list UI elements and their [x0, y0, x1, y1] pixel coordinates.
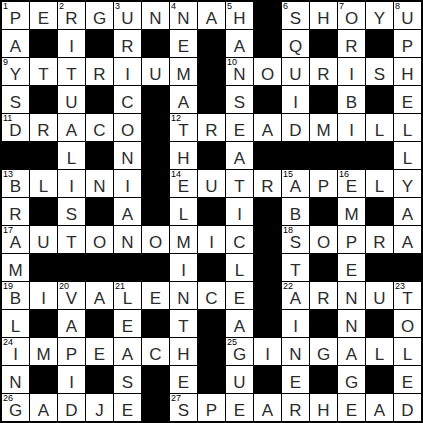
cell-r8c5[interactable]: O: [142, 226, 169, 253]
clue-number: 4: [171, 2, 176, 12]
cell-r4c6[interactable]: 12T: [170, 114, 197, 141]
cell-r2c10[interactable]: U: [282, 58, 309, 85]
cell-r10c12[interactable]: N: [338, 282, 365, 309]
clue-number: 22: [283, 282, 293, 292]
cell-r9c0[interactable]: M: [2, 254, 29, 281]
cell-r12c12[interactable]: A: [338, 338, 365, 365]
cell-r3c2[interactable]: U: [58, 86, 85, 113]
cell-letter: A: [262, 122, 273, 141]
cell-r0c8[interactable]: 5H: [226, 2, 253, 29]
cell-r0c1[interactable]: E: [30, 2, 57, 29]
cell-r14c1[interactable]: A: [30, 394, 57, 421]
cell-r4c1[interactable]: R: [30, 114, 57, 141]
cell-letter: A: [122, 346, 133, 365]
cell-letter: A: [206, 10, 217, 29]
cell-r11c10[interactable]: I: [282, 310, 309, 337]
cell-r13c8[interactable]: U: [226, 366, 253, 393]
cell-letter: E: [346, 178, 357, 197]
black-cell-r13c3: [86, 366, 113, 393]
cell-letter: D: [289, 122, 301, 141]
cell-r14c12[interactable]: E: [338, 394, 365, 421]
cell-r4c9[interactable]: A: [254, 114, 281, 141]
cell-letter: Y: [402, 178, 413, 197]
clue-number: 19: [3, 282, 13, 292]
cell-r6c1[interactable]: L: [30, 170, 57, 197]
cell-letter: E: [234, 290, 245, 309]
cell-r10c0[interactable]: 19B: [2, 282, 29, 309]
cell-r6c10[interactable]: 15A: [282, 170, 309, 197]
cell-r14c4[interactable]: E: [114, 394, 141, 421]
cell-letter: T: [290, 262, 300, 281]
cell-letter: O: [121, 122, 134, 141]
cell-r8c3[interactable]: O: [86, 226, 113, 253]
cell-letter: E: [178, 178, 189, 197]
cell-r0c12[interactable]: 7O: [338, 2, 365, 29]
cell-r11c12[interactable]: N: [338, 310, 365, 337]
cell-r14c3[interactable]: J: [86, 394, 113, 421]
cell-letter: A: [234, 150, 245, 169]
cell-letter: R: [317, 66, 329, 85]
clue-number: 6: [283, 2, 288, 12]
cell-r2c14[interactable]: H: [394, 58, 421, 85]
cell-r14c14[interactable]: D: [394, 394, 421, 421]
cell-r13c14[interactable]: E: [394, 366, 421, 393]
cell-r14c8[interactable]: E: [226, 394, 253, 421]
cell-letter: Q: [289, 38, 302, 57]
cell-letter: U: [65, 94, 77, 113]
cell-r11c4[interactable]: E: [114, 310, 141, 337]
cell-letter: G: [345, 374, 358, 393]
cell-letter: H: [401, 66, 413, 85]
black-cell-r11c7: [198, 310, 225, 337]
cell-letter: N: [149, 10, 161, 29]
cell-r10c13[interactable]: U: [366, 282, 393, 309]
cell-letter: S: [178, 402, 189, 421]
cell-letter: A: [290, 290, 301, 309]
cell-letter: O: [149, 234, 162, 253]
cell-r10c11[interactable]: R: [310, 282, 337, 309]
cell-r3c0[interactable]: S: [2, 86, 29, 113]
clue-number: 9: [3, 58, 8, 68]
black-cell-r1c1: [30, 30, 57, 57]
cell-letter: N: [233, 66, 245, 85]
cell-letter: I: [69, 38, 74, 57]
cell-r2c6[interactable]: M: [170, 58, 197, 85]
black-cell-r3c1: [30, 86, 57, 113]
cell-r12c10[interactable]: N: [282, 338, 309, 365]
cell-letter: C: [149, 346, 161, 365]
cell-r8c7[interactable]: I: [198, 226, 225, 253]
cell-letter: M: [176, 234, 190, 253]
cell-r2c12[interactable]: I: [338, 58, 365, 85]
cell-r6c3[interactable]: N: [86, 170, 113, 197]
cell-letter: E: [234, 402, 245, 421]
cell-r3c10[interactable]: I: [282, 86, 309, 113]
cell-letter: G: [93, 10, 106, 29]
cell-r10c6[interactable]: N: [170, 282, 197, 309]
cell-r13c10[interactable]: E: [282, 366, 309, 393]
cell-letter: P: [66, 346, 77, 365]
cell-r0c0[interactable]: 1P: [2, 2, 29, 29]
cell-letter: L: [179, 206, 188, 225]
cell-r10c1[interactable]: I: [30, 282, 57, 309]
cell-r0c6[interactable]: 4N: [170, 2, 197, 29]
cell-r4c4[interactable]: O: [114, 114, 141, 141]
cell-r0c4[interactable]: 3U: [114, 2, 141, 29]
cell-letter: Y: [374, 10, 385, 29]
clue-number: 1: [3, 2, 8, 12]
cell-r9c12[interactable]: E: [338, 254, 365, 281]
cell-r8c10[interactable]: 18S: [282, 226, 309, 253]
cell-r8c4[interactable]: N: [114, 226, 141, 253]
cell-letter: N: [177, 10, 189, 29]
cell-letter: I: [349, 66, 354, 85]
cell-letter: R: [261, 178, 273, 197]
cell-r12c2[interactable]: P: [58, 338, 85, 365]
cell-letter: E: [346, 402, 357, 421]
cell-r12c8[interactable]: 25G: [226, 338, 253, 365]
cell-letter: A: [178, 94, 189, 113]
cell-letter: O: [93, 234, 106, 253]
clue-number: 12: [171, 114, 181, 124]
cell-letter: S: [234, 94, 245, 113]
cell-r9c10[interactable]: T: [282, 254, 309, 281]
clue-number: 18: [283, 226, 293, 236]
clue-number: 20: [59, 282, 69, 292]
cell-r3c14[interactable]: E: [394, 86, 421, 113]
cell-r14c6[interactable]: 27S: [170, 394, 197, 421]
cell-r7c2[interactable]: S: [58, 198, 85, 225]
black-cell-r6c5: [142, 170, 169, 197]
cell-r13c6[interactable]: E: [170, 366, 197, 393]
cell-r14c9[interactable]: A: [254, 394, 281, 421]
black-cell-r13c13: [366, 366, 393, 393]
cell-r1c2[interactable]: I: [58, 30, 85, 57]
cell-letter: E: [346, 262, 357, 281]
clue-number: 27: [171, 394, 181, 404]
cell-r1c0[interactable]: A: [2, 30, 29, 57]
cell-letter: S: [10, 94, 21, 113]
cell-letter: I: [69, 374, 74, 393]
cell-letter: T: [178, 318, 188, 337]
cell-r13c12[interactable]: G: [338, 366, 365, 393]
cell-r10c2[interactable]: 20V: [58, 282, 85, 309]
cell-letter: G: [233, 346, 246, 365]
black-cell-r12c7: [198, 338, 225, 365]
cell-letter: L: [235, 262, 244, 281]
cell-r7c6[interactable]: L: [170, 198, 197, 225]
cell-r1c12[interactable]: R: [338, 30, 365, 57]
cell-r8c8[interactable]: C: [226, 226, 253, 253]
cell-r1c14[interactable]: P: [394, 30, 421, 57]
cell-letter: B: [290, 206, 301, 225]
cell-r3c8[interactable]: S: [226, 86, 253, 113]
cell-r2c8[interactable]: 10N: [226, 58, 253, 85]
black-cell-r13c5: [142, 366, 169, 393]
cell-r12c6[interactable]: H: [170, 338, 197, 365]
cell-letter: P: [346, 234, 357, 253]
cell-r12c11[interactable]: G: [310, 338, 337, 365]
cell-letter: H: [317, 10, 329, 29]
cell-r6c6[interactable]: 14E: [170, 170, 197, 197]
cell-r0c3[interactable]: G: [86, 2, 113, 29]
cell-r2c5[interactable]: U: [142, 58, 169, 85]
cell-letter: R: [289, 402, 301, 421]
cell-r8c0[interactable]: 17A: [2, 226, 29, 253]
cell-letter: L: [39, 178, 48, 197]
cell-r9c8[interactable]: L: [226, 254, 253, 281]
cell-r2c4[interactable]: I: [114, 58, 141, 85]
cell-r6c8[interactable]: T: [226, 170, 253, 197]
black-cell-r8c9: [254, 226, 281, 253]
cell-letter: I: [125, 178, 130, 197]
crossword-grid: 1PE2RG3UN4NA5H6SH7OY8UAIREAQRP9YTTRIUM10…: [0, 0, 423, 423]
black-cell-r7c9: [254, 198, 281, 225]
cell-r4c8[interactable]: E: [226, 114, 253, 141]
cell-letter: L: [403, 122, 412, 141]
cell-r8c12[interactable]: P: [338, 226, 365, 253]
cell-r7c10[interactable]: B: [282, 198, 309, 225]
cell-r10c10[interactable]: 22A: [282, 282, 309, 309]
cell-r11c8[interactable]: A: [226, 310, 253, 337]
cell-r14c7[interactable]: P: [198, 394, 225, 421]
cell-r10c4[interactable]: 21L: [114, 282, 141, 309]
cell-letter: A: [10, 38, 21, 57]
cell-letter: R: [93, 66, 105, 85]
cell-letter: E: [290, 374, 301, 393]
cell-letter: G: [317, 346, 330, 365]
black-cell-r1c3: [86, 30, 113, 57]
cell-letter: N: [345, 290, 357, 309]
cell-r8c13[interactable]: R: [366, 226, 393, 253]
cell-letter: V: [66, 290, 77, 309]
cell-letter: M: [36, 346, 50, 365]
cell-r2c11[interactable]: R: [310, 58, 337, 85]
cell-r11c2[interactable]: A: [58, 310, 85, 337]
black-cell-r7c5: [142, 198, 169, 225]
cell-letter: D: [9, 122, 21, 141]
cell-r0c7[interactable]: A: [198, 2, 225, 29]
cell-r8c1[interactable]: U: [30, 226, 57, 253]
cell-r10c5[interactable]: E: [142, 282, 169, 309]
black-cell-r9c11: [310, 254, 337, 281]
cell-r2c0[interactable]: 9Y: [2, 58, 29, 85]
black-cell-r1c13: [366, 30, 393, 57]
cell-letter: P: [10, 10, 21, 29]
black-cell-r9c1: [30, 254, 57, 281]
cell-letter: U: [205, 178, 217, 197]
cell-r6c9[interactable]: R: [254, 170, 281, 197]
cell-r4c0[interactable]: 11D: [2, 114, 29, 141]
cell-r0c13[interactable]: Y: [366, 2, 393, 29]
cell-r6c11[interactable]: P: [310, 170, 337, 197]
clue-number: 26: [3, 394, 13, 404]
cell-r7c14[interactable]: A: [394, 198, 421, 225]
cell-letter: U: [233, 374, 245, 393]
black-cell-r13c1: [30, 366, 57, 393]
cell-r3c6[interactable]: A: [170, 86, 197, 113]
cell-r4c2[interactable]: A: [58, 114, 85, 141]
cell-letter: D: [401, 402, 413, 421]
cell-r11c0[interactable]: L: [2, 310, 29, 337]
cell-r14c0[interactable]: 26G: [2, 394, 29, 421]
black-cell-r9c14: [394, 254, 421, 281]
cell-r12c3[interactable]: E: [86, 338, 113, 365]
cell-letter: O: [261, 66, 274, 85]
clue-number: 16: [339, 170, 349, 180]
cell-letter: E: [122, 402, 133, 421]
cell-r4c12[interactable]: I: [338, 114, 365, 141]
cell-r5c6[interactable]: H: [170, 142, 197, 169]
cell-letter: D: [65, 402, 77, 421]
cell-r5c2[interactable]: L: [58, 142, 85, 169]
cell-r8c11[interactable]: O: [310, 226, 337, 253]
black-cell-r1c9: [254, 30, 281, 57]
cell-letter: A: [66, 122, 77, 141]
black-cell-r5c1: [30, 142, 57, 169]
cell-r12c5[interactable]: C: [142, 338, 169, 365]
cell-r6c13[interactable]: L: [366, 170, 393, 197]
black-cell-r7c11: [310, 198, 337, 225]
cell-r1c4[interactable]: R: [114, 30, 141, 57]
cell-r2c1[interactable]: T: [30, 58, 57, 85]
cell-r2c9[interactable]: O: [254, 58, 281, 85]
cell-r7c0[interactable]: R: [2, 198, 29, 225]
cell-r0c10[interactable]: 6S: [282, 2, 309, 29]
cell-r3c12[interactable]: B: [338, 86, 365, 113]
cell-letter: T: [234, 178, 244, 197]
black-cell-r9c3: [86, 254, 113, 281]
cell-r14c11[interactable]: H: [310, 394, 337, 421]
cell-letter: E: [38, 10, 49, 29]
cell-letter: T: [178, 122, 188, 141]
cell-r3c4[interactable]: C: [114, 86, 141, 113]
cell-letter: R: [345, 38, 357, 57]
cell-letter: A: [38, 402, 49, 421]
cell-r7c12[interactable]: M: [338, 198, 365, 225]
cell-r8c14[interactable]: A: [394, 226, 421, 253]
cell-r7c8[interactable]: I: [226, 198, 253, 225]
clue-number: 11: [3, 114, 12, 124]
cell-letter: E: [150, 290, 161, 309]
cell-r0c5[interactable]: N: [142, 2, 169, 29]
black-cell-r3c5: [142, 86, 169, 113]
cell-letter: I: [349, 122, 354, 141]
cell-letter: L: [375, 346, 384, 365]
cell-r4c14[interactable]: L: [394, 114, 421, 141]
cell-letter: A: [122, 206, 133, 225]
cell-letter: E: [402, 374, 413, 393]
cell-letter: S: [374, 66, 385, 85]
cell-r4c7[interactable]: R: [198, 114, 225, 141]
cell-r14c13[interactable]: A: [366, 394, 393, 421]
cell-letter: P: [402, 38, 413, 57]
cell-r8c2[interactable]: T: [58, 226, 85, 253]
black-cell-r3c11: [310, 86, 337, 113]
cell-r13c0[interactable]: N: [2, 366, 29, 393]
cell-r12c0[interactable]: 24I: [2, 338, 29, 365]
cell-r1c10[interactable]: Q: [282, 30, 309, 57]
cell-r12c9[interactable]: I: [254, 338, 281, 365]
cell-r10c7[interactable]: C: [198, 282, 225, 309]
cell-r5c4[interactable]: N: [114, 142, 141, 169]
cell-r2c3[interactable]: R: [86, 58, 113, 85]
cell-r8c6[interactable]: M: [170, 226, 197, 253]
cell-r5c14[interactable]: L: [394, 142, 421, 169]
cell-r14c2[interactable]: D: [58, 394, 85, 421]
cell-r5c8[interactable]: A: [226, 142, 253, 169]
clue-number: 10: [227, 58, 237, 68]
cell-r12c1[interactable]: M: [30, 338, 57, 365]
cell-letter: H: [177, 150, 189, 169]
black-cell-r0c9: [254, 2, 281, 29]
cell-r11c14[interactable]: O: [394, 310, 421, 337]
cell-r2c2[interactable]: T: [58, 58, 85, 85]
cell-r10c8[interactable]: E: [226, 282, 253, 309]
black-cell-r3c7: [198, 86, 225, 113]
cell-letter: I: [41, 290, 46, 309]
cell-r6c0[interactable]: 13B: [2, 170, 29, 197]
cell-r12c13[interactable]: L: [366, 338, 393, 365]
cell-r4c10[interactable]: D: [282, 114, 309, 141]
cell-letter: P: [206, 402, 217, 421]
black-cell-r7c13: [366, 198, 393, 225]
cell-r6c2[interactable]: I: [58, 170, 85, 197]
cell-letter: I: [181, 262, 186, 281]
cell-r6c14[interactable]: Y: [394, 170, 421, 197]
black-cell-r11c11: [310, 310, 337, 337]
cell-r9c6[interactable]: I: [170, 254, 197, 281]
cell-r13c2[interactable]: I: [58, 366, 85, 393]
cell-r12c4[interactable]: A: [114, 338, 141, 365]
cell-r1c6[interactable]: E: [170, 30, 197, 57]
cell-r6c4[interactable]: I: [114, 170, 141, 197]
cell-r2c13[interactable]: S: [366, 58, 393, 85]
cell-r10c14[interactable]: 23T: [394, 282, 421, 309]
cell-r4c11[interactable]: M: [310, 114, 337, 141]
cell-r12c14[interactable]: L: [394, 338, 421, 365]
cell-r4c13[interactable]: L: [366, 114, 393, 141]
cell-letter: L: [375, 178, 384, 197]
black-cell-r13c11: [310, 366, 337, 393]
black-cell-r9c4: [114, 254, 141, 281]
cell-letter: L: [67, 150, 76, 169]
cell-r0c11[interactable]: H: [310, 2, 337, 29]
cell-letter: T: [402, 290, 412, 309]
cell-r4c3[interactable]: C: [86, 114, 113, 141]
cell-r6c12[interactable]: 16E: [338, 170, 365, 197]
cell-r0c14[interactable]: 8U: [394, 2, 421, 29]
cell-letter: B: [346, 94, 357, 113]
cell-r11c6[interactable]: T: [170, 310, 197, 337]
black-cell-r9c13: [366, 254, 393, 281]
cell-r6c7[interactable]: U: [198, 170, 225, 197]
black-cell-r5c12: [338, 142, 365, 169]
cell-r7c4[interactable]: A: [114, 198, 141, 225]
cell-r10c3[interactable]: A: [86, 282, 113, 309]
cell-letter: A: [402, 234, 413, 253]
cell-letter: O: [345, 10, 358, 29]
cell-r0c2[interactable]: 2R: [58, 2, 85, 29]
cell-letter: H: [233, 10, 245, 29]
black-cell-r5c10: [282, 142, 309, 169]
cell-letter: N: [177, 290, 189, 309]
cell-r1c8[interactable]: A: [226, 30, 253, 57]
black-cell-r11c9: [254, 310, 281, 337]
black-cell-r9c5: [142, 254, 169, 281]
cell-r13c4[interactable]: S: [114, 366, 141, 393]
cell-r14c10[interactable]: R: [282, 394, 309, 421]
